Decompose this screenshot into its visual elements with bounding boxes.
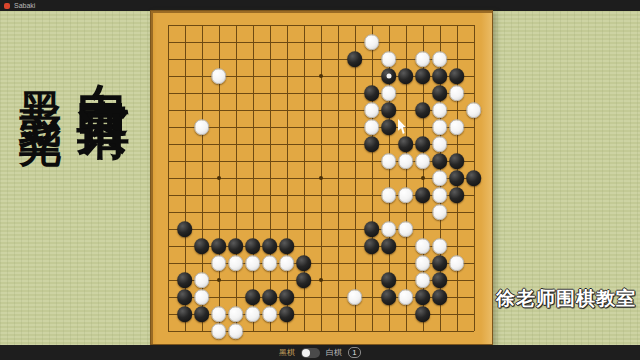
black-stone[interactable]: [466, 170, 482, 186]
white-stone[interactable]: [432, 51, 448, 67]
black-stone[interactable]: [415, 136, 431, 152]
black-stone[interactable]: [415, 289, 431, 305]
white-stone[interactable]: [364, 34, 380, 50]
count-badge: 1: [348, 347, 361, 358]
black-stone[interactable]: [177, 306, 193, 322]
black-stone[interactable]: [194, 238, 210, 254]
black-stone[interactable]: [432, 255, 448, 271]
black-stone[interactable]: [364, 221, 380, 237]
black-stone[interactable]: [279, 289, 295, 305]
white-stone[interactable]: [211, 306, 227, 322]
grid-line-h: [168, 229, 474, 230]
white-stone[interactable]: [381, 85, 397, 101]
black-stone[interactable]: [415, 306, 431, 322]
grid-line-v: [338, 25, 339, 331]
bottom-bar: 黑棋 白棋 1: [0, 345, 640, 360]
white-stone[interactable]: [432, 119, 448, 135]
white-stone[interactable]: [279, 255, 295, 271]
black-stone[interactable]: [194, 306, 210, 322]
black-stone[interactable]: [262, 238, 278, 254]
white-stone[interactable]: [211, 255, 227, 271]
classroom-watermark: 徐老师围棋教室: [496, 286, 636, 312]
white-stone[interactable]: [228, 306, 244, 322]
toggle-knob: [302, 349, 310, 357]
black-stone[interactable]: [245, 289, 261, 305]
window-title: Sabaki: [14, 2, 35, 9]
white-stone[interactable]: [398, 221, 414, 237]
white-stone[interactable]: [211, 323, 227, 339]
black-stone[interactable]: [347, 51, 363, 67]
black-stone[interactable]: [398, 68, 414, 84]
app-window: Sabaki 黑彭立尧 白申真谞 徐老师围棋教室 黑棋 白棋 1: [0, 0, 640, 360]
black-stone[interactable]: [177, 289, 193, 305]
white-stone[interactable]: [245, 306, 261, 322]
black-stone[interactable]: [449, 153, 465, 169]
black-stone[interactable]: [415, 102, 431, 118]
black-stone[interactable]: [262, 289, 278, 305]
black-stone[interactable]: [432, 289, 448, 305]
white-stone[interactable]: [432, 187, 448, 203]
black-stone[interactable]: [296, 272, 312, 288]
white-stone[interactable]: [398, 187, 414, 203]
black-stone[interactable]: [432, 68, 448, 84]
black-player-name: 黑彭立尧: [12, 58, 68, 102]
star-point: [319, 74, 323, 78]
go-board[interactable]: [150, 10, 493, 345]
black-stone[interactable]: [415, 68, 431, 84]
white-stone[interactable]: [449, 85, 465, 101]
star-point: [319, 176, 323, 180]
black-stone[interactable]: [381, 119, 397, 135]
star-point: [217, 176, 221, 180]
white-stone[interactable]: [245, 255, 261, 271]
white-stone[interactable]: [449, 119, 465, 135]
white-stone[interactable]: [194, 272, 210, 288]
white-stone[interactable]: [432, 204, 448, 220]
black-stone[interactable]: [432, 85, 448, 101]
black-stone[interactable]: [449, 68, 465, 84]
white-stone[interactable]: [398, 153, 414, 169]
black-stone[interactable]: [228, 238, 244, 254]
grid-line-v: [355, 25, 356, 331]
sabaki-app-icon: [4, 3, 10, 9]
white-stone[interactable]: [228, 323, 244, 339]
white-stone[interactable]: [211, 68, 227, 84]
black-stone[interactable]: [415, 187, 431, 203]
black-stone[interactable]: [245, 238, 261, 254]
black-stone[interactable]: [296, 255, 312, 271]
white-stone[interactable]: [432, 136, 448, 152]
white-stone[interactable]: [381, 221, 397, 237]
black-stone[interactable]: [364, 136, 380, 152]
white-stone[interactable]: [415, 153, 431, 169]
white-stone[interactable]: [364, 119, 380, 135]
white-player-name: 白申真谞: [68, 42, 140, 74]
black-stone[interactable]: [381, 289, 397, 305]
white-stone[interactable]: [449, 255, 465, 271]
white-toggle-label: 白棋: [326, 349, 342, 357]
white-stone[interactable]: [432, 170, 448, 186]
star-point: [421, 176, 425, 180]
black-stone[interactable]: [211, 238, 227, 254]
white-stone[interactable]: [194, 119, 210, 135]
white-stone[interactable]: [432, 238, 448, 254]
color-toggle[interactable]: [301, 348, 320, 358]
star-point: [319, 278, 323, 282]
white-stone[interactable]: [381, 51, 397, 67]
white-stone[interactable]: [432, 102, 448, 118]
black-stone[interactable]: [364, 238, 380, 254]
last-move-marker: [386, 74, 391, 79]
black-stone[interactable]: [381, 272, 397, 288]
black-stone[interactable]: [381, 238, 397, 254]
black-stone[interactable]: [279, 238, 295, 254]
white-stone[interactable]: [262, 306, 278, 322]
black-stone[interactable]: [449, 170, 465, 186]
black-stone[interactable]: [432, 153, 448, 169]
black-stone[interactable]: [381, 102, 397, 118]
white-stone[interactable]: [364, 102, 380, 118]
black-stone[interactable]: [279, 306, 295, 322]
white-stone[interactable]: [262, 255, 278, 271]
white-stone[interactable]: [398, 289, 414, 305]
black-toggle-label: 黑棋: [279, 349, 295, 357]
grid-line-v: [372, 25, 373, 331]
black-stone[interactable]: [449, 187, 465, 203]
white-stone[interactable]: [415, 51, 431, 67]
black-stone[interactable]: [432, 272, 448, 288]
white-stone[interactable]: [415, 255, 431, 271]
white-stone[interactable]: [466, 102, 482, 118]
black-stone[interactable]: [177, 272, 193, 288]
black-stone[interactable]: [177, 221, 193, 237]
white-stone[interactable]: [381, 153, 397, 169]
white-stone[interactable]: [415, 238, 431, 254]
grid-line-h: [168, 212, 474, 213]
black-stone[interactable]: [398, 136, 414, 152]
black-stone[interactable]: [364, 85, 380, 101]
white-stone[interactable]: [381, 187, 397, 203]
white-stone[interactable]: [415, 272, 431, 288]
star-point: [217, 278, 221, 282]
white-stone[interactable]: [347, 289, 363, 305]
white-stone[interactable]: [194, 289, 210, 305]
white-stone[interactable]: [228, 255, 244, 271]
